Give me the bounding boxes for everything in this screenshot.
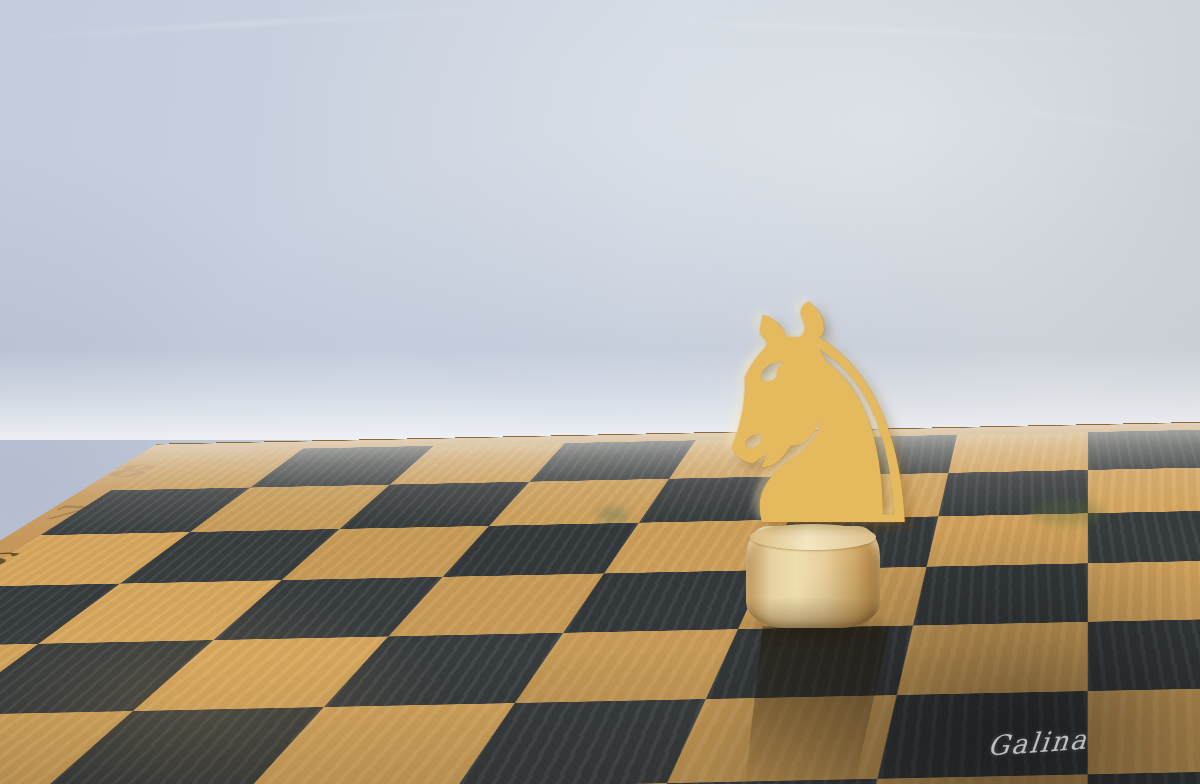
board-stain	[1030, 500, 1104, 526]
warm-light-glow	[0, 584, 460, 784]
board-stain	[598, 508, 628, 522]
photo-scene: 8765 ♞ Galina	[0, 0, 1200, 784]
square-h8	[1088, 429, 1200, 470]
white-knight-piece: ♞	[683, 268, 947, 568]
square-g8	[948, 432, 1088, 473]
corner-vignette	[700, 524, 1200, 784]
square-h7	[1088, 467, 1200, 513]
